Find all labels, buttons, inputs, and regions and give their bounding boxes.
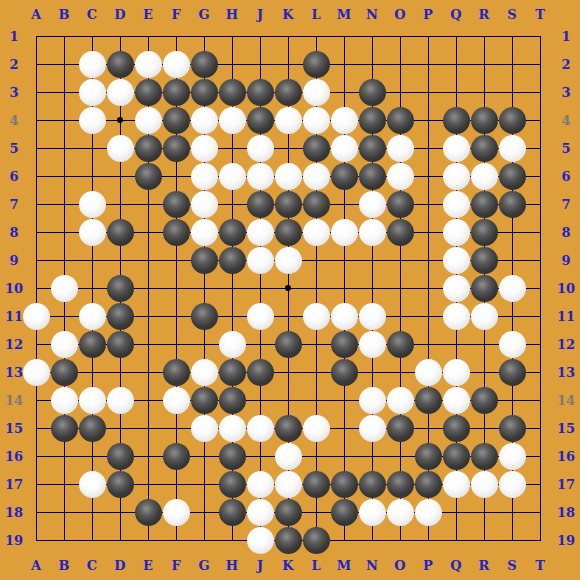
white-stone-H6 [219, 163, 246, 190]
white-stone-D3 [107, 79, 134, 106]
row-label-left-3: 3 [9, 86, 18, 99]
black-stone-E3 [135, 79, 162, 106]
black-stone-F3 [163, 79, 190, 106]
black-stone-G11 [191, 303, 218, 330]
black-stone-C12 [79, 331, 106, 358]
white-stone-N11 [359, 303, 386, 330]
black-stone-N5 [359, 135, 386, 162]
black-stone-F13 [163, 359, 190, 386]
white-stone-H15 [219, 415, 246, 442]
white-stone-Q17 [443, 471, 470, 498]
row-label-right-6: 6 [561, 170, 570, 183]
white-stone-L15 [303, 415, 330, 442]
row-label-left-4: 4 [9, 114, 18, 127]
white-stone-J11 [247, 303, 274, 330]
black-stone-P16 [415, 443, 442, 470]
col-label-top-J: J [257, 8, 263, 21]
black-stone-S4 [499, 107, 526, 134]
col-label-top-N: N [366, 8, 378, 21]
white-stone-F14 [163, 387, 190, 414]
black-stone-F7 [163, 191, 190, 218]
black-stone-D12 [107, 331, 134, 358]
white-stone-C17 [79, 471, 106, 498]
black-stone-K15 [275, 415, 302, 442]
black-stone-F8 [163, 219, 190, 246]
row-label-right-3: 3 [561, 86, 570, 99]
white-stone-A11 [23, 303, 50, 330]
col-label-bottom-M: M [337, 559, 351, 572]
black-stone-C15 [79, 415, 106, 442]
row-label-left-15: 15 [5, 422, 23, 435]
black-stone-R4 [471, 107, 498, 134]
row-label-right-5: 5 [561, 142, 570, 155]
row-label-left-14: 14 [5, 394, 23, 407]
white-stone-B10 [51, 275, 78, 302]
black-stone-R9 [471, 247, 498, 274]
col-label-top-E: E [143, 8, 153, 21]
black-stone-F4 [163, 107, 190, 134]
col-label-bottom-A: A [31, 559, 41, 572]
black-stone-B13 [51, 359, 78, 386]
row-label-right-14: 14 [557, 394, 575, 407]
white-stone-J17 [247, 471, 274, 498]
black-stone-F16 [163, 443, 190, 470]
black-stone-S13 [499, 359, 526, 386]
col-label-top-M: M [337, 8, 351, 21]
white-stone-P13 [415, 359, 442, 386]
white-stone-G6 [191, 163, 218, 190]
white-stone-F18 [163, 499, 190, 526]
black-stone-D2 [107, 51, 134, 78]
col-label-top-P: P [423, 8, 433, 21]
row-label-right-7: 7 [561, 198, 570, 211]
white-stone-C3 [79, 79, 106, 106]
col-label-bottom-D: D [114, 559, 125, 572]
black-stone-H17 [219, 471, 246, 498]
white-stone-Q7 [443, 191, 470, 218]
white-stone-S16 [499, 443, 526, 470]
col-label-bottom-G: G [198, 559, 209, 572]
black-stone-O7 [387, 191, 414, 218]
black-stone-D16 [107, 443, 134, 470]
white-stone-K9 [275, 247, 302, 274]
white-stone-J6 [247, 163, 274, 190]
black-stone-L17 [303, 471, 330, 498]
star-point [285, 285, 291, 291]
black-stone-R5 [471, 135, 498, 162]
white-stone-Q11 [443, 303, 470, 330]
black-stone-S15 [499, 415, 526, 442]
row-label-right-19: 19 [557, 534, 575, 547]
white-stone-K16 [275, 443, 302, 470]
row-label-left-2: 2 [9, 58, 18, 71]
black-stone-Q4 [443, 107, 470, 134]
white-stone-R11 [471, 303, 498, 330]
black-stone-H16 [219, 443, 246, 470]
black-stone-G9 [191, 247, 218, 274]
black-stone-Q16 [443, 443, 470, 470]
black-stone-Q15 [443, 415, 470, 442]
white-stone-S5 [499, 135, 526, 162]
white-stone-G5 [191, 135, 218, 162]
black-stone-H14 [219, 387, 246, 414]
white-stone-E4 [135, 107, 162, 134]
col-label-top-A: A [31, 8, 41, 21]
white-stone-Q13 [443, 359, 470, 386]
black-stone-N3 [359, 79, 386, 106]
black-stone-K18 [275, 499, 302, 526]
white-stone-D14 [107, 387, 134, 414]
white-stone-L3 [303, 79, 330, 106]
white-stone-K6 [275, 163, 302, 190]
white-stone-N14 [359, 387, 386, 414]
row-label-right-17: 17 [557, 478, 575, 491]
row-label-right-4: 4 [561, 114, 570, 127]
white-stone-J15 [247, 415, 274, 442]
black-stone-O8 [387, 219, 414, 246]
col-label-bottom-J: J [257, 559, 263, 572]
white-stone-G7 [191, 191, 218, 218]
black-stone-J13 [247, 359, 274, 386]
black-stone-N4 [359, 107, 386, 134]
col-label-top-F: F [171, 8, 180, 21]
white-stone-N8 [359, 219, 386, 246]
white-stone-Q5 [443, 135, 470, 162]
black-stone-N17 [359, 471, 386, 498]
white-stone-G4 [191, 107, 218, 134]
row-label-right-9: 9 [561, 254, 570, 267]
white-stone-J5 [247, 135, 274, 162]
white-stone-J9 [247, 247, 274, 274]
row-label-left-11: 11 [5, 310, 23, 323]
col-label-bottom-P: P [423, 559, 433, 572]
black-stone-R7 [471, 191, 498, 218]
white-stone-F2 [163, 51, 190, 78]
col-label-bottom-O: O [394, 559, 405, 572]
col-label-top-S: S [507, 8, 516, 21]
white-stone-B14 [51, 387, 78, 414]
row-label-right-11: 11 [557, 310, 575, 323]
row-label-left-12: 12 [5, 338, 23, 351]
black-stone-K12 [275, 331, 302, 358]
row-label-right-18: 18 [557, 506, 575, 519]
black-stone-D8 [107, 219, 134, 246]
black-stone-M13 [331, 359, 358, 386]
col-label-bottom-K: K [282, 559, 293, 572]
black-stone-O17 [387, 471, 414, 498]
white-stone-H4 [219, 107, 246, 134]
row-label-right-8: 8 [561, 226, 570, 239]
row-label-left-16: 16 [5, 450, 23, 463]
row-label-right-15: 15 [557, 422, 575, 435]
white-stone-N7 [359, 191, 386, 218]
black-stone-G2 [191, 51, 218, 78]
go-board-screenshot: AABBCCDDEEFFGGHHJJKKLLMMNNOOPPQQRRSSTT11… [0, 0, 580, 580]
white-stone-Q6 [443, 163, 470, 190]
black-stone-O12 [387, 331, 414, 358]
white-stone-C7 [79, 191, 106, 218]
row-label-right-16: 16 [557, 450, 575, 463]
black-stone-D10 [107, 275, 134, 302]
col-label-bottom-S: S [507, 559, 516, 572]
col-label-bottom-Q: Q [450, 559, 461, 572]
white-stone-J8 [247, 219, 274, 246]
white-stone-S12 [499, 331, 526, 358]
black-stone-H8 [219, 219, 246, 246]
black-stone-P17 [415, 471, 442, 498]
white-stone-A13 [23, 359, 50, 386]
col-label-top-T: T [535, 8, 545, 21]
col-label-top-R: R [479, 8, 490, 21]
black-stone-R8 [471, 219, 498, 246]
black-stone-E18 [135, 499, 162, 526]
white-stone-J18 [247, 499, 274, 526]
row-label-left-5: 5 [9, 142, 18, 155]
star-point [117, 117, 123, 123]
white-stone-M8 [331, 219, 358, 246]
black-stone-O15 [387, 415, 414, 442]
white-stone-N15 [359, 415, 386, 442]
white-stone-N18 [359, 499, 386, 526]
black-stone-S6 [499, 163, 526, 190]
black-stone-H18 [219, 499, 246, 526]
black-stone-G14 [191, 387, 218, 414]
row-label-left-9: 9 [9, 254, 18, 267]
col-label-bottom-R: R [479, 559, 490, 572]
white-stone-Q14 [443, 387, 470, 414]
black-stone-L7 [303, 191, 330, 218]
white-stone-N12 [359, 331, 386, 358]
black-stone-M12 [331, 331, 358, 358]
black-stone-J4 [247, 107, 274, 134]
white-stone-C8 [79, 219, 106, 246]
white-stone-R17 [471, 471, 498, 498]
col-label-bottom-N: N [366, 559, 378, 572]
white-stone-L4 [303, 107, 330, 134]
white-stone-G15 [191, 415, 218, 442]
row-label-right-10: 10 [557, 282, 575, 295]
white-stone-Q8 [443, 219, 470, 246]
black-stone-L19 [303, 527, 330, 554]
col-label-bottom-F: F [171, 559, 180, 572]
row-label-right-2: 2 [561, 58, 570, 71]
black-stone-G3 [191, 79, 218, 106]
black-stone-K19 [275, 527, 302, 554]
col-label-top-D: D [114, 8, 125, 21]
black-stone-R14 [471, 387, 498, 414]
col-label-bottom-H: H [226, 559, 238, 572]
white-stone-M5 [331, 135, 358, 162]
col-label-top-L: L [311, 8, 320, 21]
col-label-bottom-E: E [143, 559, 153, 572]
black-stone-M17 [331, 471, 358, 498]
white-stone-B12 [51, 331, 78, 358]
black-stone-H3 [219, 79, 246, 106]
black-stone-K7 [275, 191, 302, 218]
black-stone-L5 [303, 135, 330, 162]
white-stone-L8 [303, 219, 330, 246]
black-stone-J3 [247, 79, 274, 106]
black-stone-O4 [387, 107, 414, 134]
black-stone-R10 [471, 275, 498, 302]
white-stone-Q10 [443, 275, 470, 302]
black-stone-D11 [107, 303, 134, 330]
row-label-left-1: 1 [9, 30, 18, 43]
col-label-bottom-T: T [535, 559, 545, 572]
white-stone-Q9 [443, 247, 470, 274]
white-stone-O5 [387, 135, 414, 162]
white-stone-K4 [275, 107, 302, 134]
white-stone-C11 [79, 303, 106, 330]
black-stone-K3 [275, 79, 302, 106]
black-stone-F5 [163, 135, 190, 162]
white-stone-L11 [303, 303, 330, 330]
col-label-top-B: B [59, 8, 70, 21]
white-stone-C4 [79, 107, 106, 134]
white-stone-K17 [275, 471, 302, 498]
black-stone-E6 [135, 163, 162, 190]
row-label-left-7: 7 [9, 198, 18, 211]
white-stone-L6 [303, 163, 330, 190]
row-label-left-13: 13 [5, 366, 23, 379]
black-stone-P14 [415, 387, 442, 414]
row-label-left-19: 19 [5, 534, 23, 547]
black-stone-K8 [275, 219, 302, 246]
white-stone-P18 [415, 499, 442, 526]
white-stone-S10 [499, 275, 526, 302]
black-stone-M6 [331, 163, 358, 190]
row-label-right-12: 12 [557, 338, 575, 351]
white-stone-M4 [331, 107, 358, 134]
col-label-bottom-L: L [311, 559, 320, 572]
row-label-right-1: 1 [561, 30, 570, 43]
white-stone-C2 [79, 51, 106, 78]
row-label-right-13: 13 [557, 366, 575, 379]
col-label-top-C: C [87, 8, 97, 21]
white-stone-O6 [387, 163, 414, 190]
col-label-top-K: K [282, 8, 293, 21]
row-label-left-6: 6 [9, 170, 18, 183]
white-stone-H12 [219, 331, 246, 358]
black-stone-N6 [359, 163, 386, 190]
white-stone-E2 [135, 51, 162, 78]
white-stone-G8 [191, 219, 218, 246]
black-stone-S7 [499, 191, 526, 218]
black-stone-H13 [219, 359, 246, 386]
white-stone-J19 [247, 527, 274, 554]
white-stone-G13 [191, 359, 218, 386]
black-stone-R16 [471, 443, 498, 470]
white-stone-O14 [387, 387, 414, 414]
col-label-top-H: H [226, 8, 238, 21]
col-label-bottom-C: C [87, 559, 97, 572]
white-stone-S17 [499, 471, 526, 498]
black-stone-L2 [303, 51, 330, 78]
black-stone-J7 [247, 191, 274, 218]
black-stone-E5 [135, 135, 162, 162]
row-label-left-17: 17 [5, 478, 23, 491]
black-stone-D17 [107, 471, 134, 498]
col-label-top-G: G [198, 8, 209, 21]
white-stone-O18 [387, 499, 414, 526]
black-stone-M18 [331, 499, 358, 526]
white-stone-R6 [471, 163, 498, 190]
row-label-left-18: 18 [5, 506, 23, 519]
col-label-top-O: O [394, 8, 405, 21]
white-stone-C14 [79, 387, 106, 414]
white-stone-D5 [107, 135, 134, 162]
black-stone-B15 [51, 415, 78, 442]
col-label-top-Q: Q [450, 8, 461, 21]
col-label-bottom-B: B [59, 559, 70, 572]
row-label-left-8: 8 [9, 226, 18, 239]
white-stone-M11 [331, 303, 358, 330]
black-stone-H9 [219, 247, 246, 274]
row-label-left-10: 10 [5, 282, 23, 295]
